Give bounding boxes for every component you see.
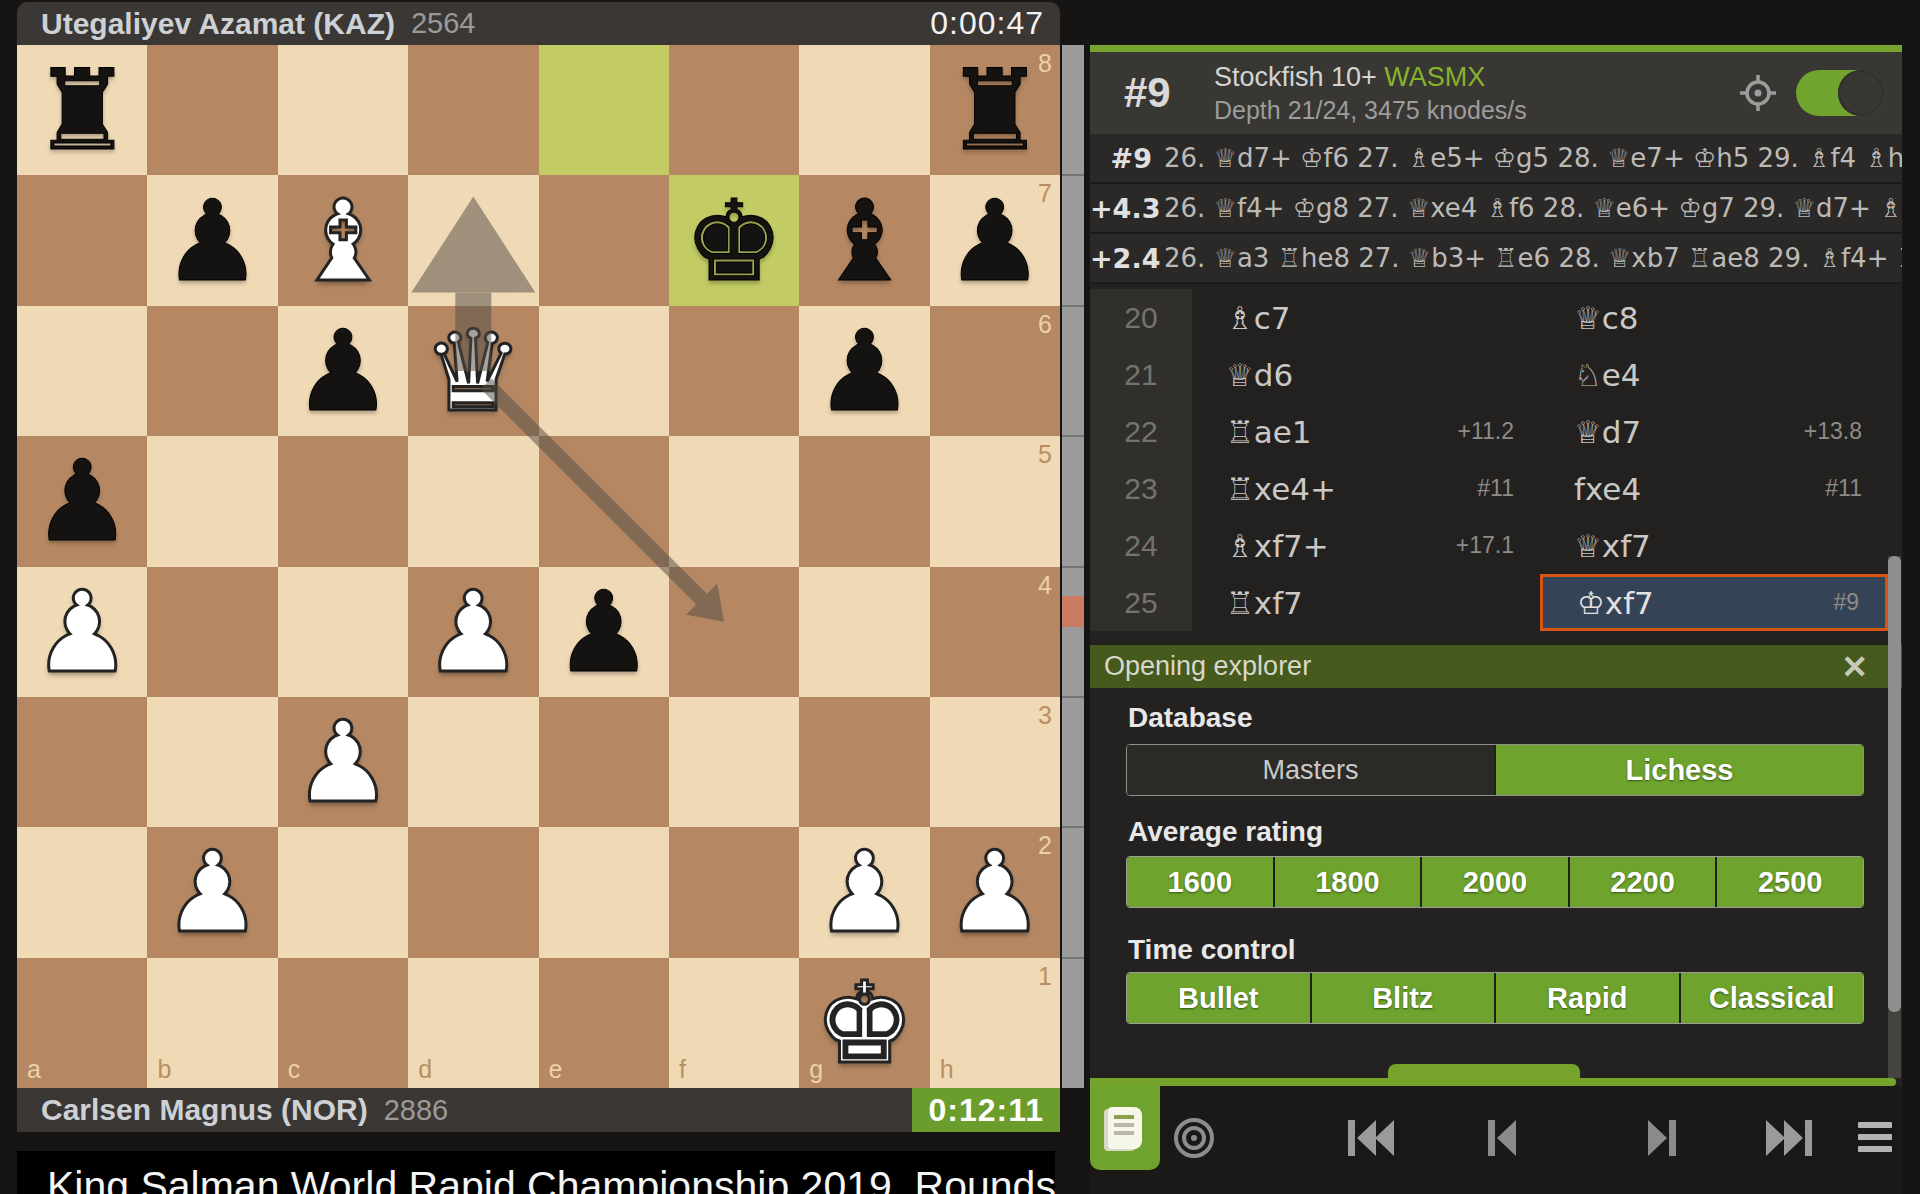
gauge-tick	[1062, 696, 1084, 698]
move-row-22: 22♖ae1+11.2♕d7+13.8	[1090, 403, 1902, 460]
move-25-black[interactable]: ♔xf7#9	[1540, 574, 1888, 631]
database-masters[interactable]: Masters	[1127, 745, 1494, 795]
move-24-black[interactable]: ♕xf7	[1540, 517, 1888, 574]
square-h6[interactable]: 6	[930, 306, 1060, 436]
file-label-e: e	[549, 1055, 563, 1084]
database-label: Database	[1128, 702, 1253, 734]
rank-label-4: 4	[1038, 571, 1052, 600]
rank-label-6: 6	[1038, 310, 1052, 339]
gauge-mid-tick	[1062, 596, 1084, 627]
square-f8[interactable]	[669, 45, 799, 175]
opening-explorer-title: Opening explorer	[1104, 651, 1311, 682]
engine-line-moves: 26. ♕d7+ ♔f6 27. ♗e5+ ♔g5 28. ♕e7+ ♔h5 2…	[1164, 143, 1902, 173]
rank-label-7: 7	[1038, 179, 1052, 208]
square-a2[interactable]	[17, 827, 147, 957]
square-a4[interactable]: ♟	[17, 567, 147, 697]
tournament-bar: King Salman World Rapid Championship 201…	[17, 1151, 1055, 1194]
square-f7[interactable]: ♚	[669, 175, 799, 305]
engine-line-1[interactable]: #926. ♕d7+ ♔f6 27. ♗e5+ ♔g5 28. ♕e7+ ♔h5…	[1090, 134, 1902, 184]
square-g6[interactable]: ♟	[799, 306, 929, 436]
square-e7[interactable]	[539, 175, 669, 305]
square-g5[interactable]	[799, 436, 929, 566]
engine-line-eval: #9	[1090, 143, 1152, 174]
bottom-player-name: Carlsen Magnus (NOR)	[41, 1093, 368, 1127]
piece-black-king[interactable]: ♚	[669, 175, 799, 305]
piece-black-pawn[interactable]: ♟	[539, 567, 669, 697]
engine-name: Stockfish 10+	[1214, 62, 1377, 92]
bottom-player-clock: 0:12:11	[912, 1088, 1060, 1132]
time-control-selector: BulletBlitzRapidClassical	[1126, 972, 1864, 1024]
square-f3[interactable]	[669, 697, 799, 827]
square-c7[interactable]: ♝	[278, 175, 408, 305]
square-c1[interactable]: c	[278, 958, 408, 1088]
square-c3[interactable]: ♟	[278, 697, 408, 827]
square-h7[interactable]: ♟7	[930, 175, 1060, 305]
gauge-tick	[1062, 826, 1084, 828]
time-control-bullet[interactable]: Bullet	[1127, 973, 1310, 1023]
square-h2[interactable]: ♟2	[930, 827, 1060, 957]
square-a7[interactable]	[17, 175, 147, 305]
move-row-23: 23♖xe4+#11fxe4#11	[1090, 460, 1902, 517]
square-f4[interactable]	[669, 567, 799, 697]
rating-2000[interactable]: 2000	[1420, 857, 1568, 907]
move-21-white[interactable]: ♕d6	[1192, 346, 1540, 403]
move-22-black[interactable]: ♕d7+13.8	[1540, 403, 1888, 460]
rating-2500[interactable]: 2500	[1715, 857, 1863, 907]
gauge-tick	[1062, 566, 1084, 568]
square-d4[interactable]: ♟	[408, 567, 538, 697]
top-player-bar: Utegaliyev Azamat (KAZ) 2564 0:00:47	[17, 2, 1060, 45]
file-label-d: d	[418, 1055, 432, 1084]
file-label-b: b	[157, 1055, 171, 1084]
square-b3[interactable]	[147, 697, 277, 827]
square-g7[interactable]: ♝	[799, 175, 929, 305]
piece-black-pawn[interactable]: ♟	[278, 306, 408, 436]
rating-1600[interactable]: 1600	[1127, 857, 1273, 907]
engine-tech: WASMX	[1384, 62, 1485, 92]
panel-scrollbar	[1888, 556, 1901, 1078]
move-23-white[interactable]: ♖xe4+#11	[1192, 460, 1540, 517]
piece-black-pawn[interactable]: ♟	[17, 436, 147, 566]
square-g8[interactable]	[799, 45, 929, 175]
square-a3[interactable]	[17, 697, 147, 827]
move-23-black[interactable]: fxe4#11	[1540, 460, 1888, 517]
next-move-button[interactable]	[1638, 1114, 1686, 1162]
engine-line-eval: +2.4	[1090, 243, 1152, 274]
square-d3[interactable]	[408, 697, 538, 827]
file-label-h: h	[940, 1055, 954, 1084]
opening-book-button[interactable]	[1090, 1086, 1160, 1170]
move-eval: +11.2	[1458, 418, 1515, 445]
square-a8[interactable]: ♜	[17, 45, 147, 175]
move-row-20: 20♗c7♕c8	[1090, 289, 1902, 346]
bottom-player-rating: 2886	[384, 1094, 449, 1127]
database-selector: MastersLichess	[1126, 744, 1864, 796]
move-number: 20	[1090, 289, 1192, 346]
top-player-rating: 2564	[411, 7, 476, 40]
eval-gauge	[1062, 45, 1084, 1088]
move-22-white[interactable]: ♖ae1+11.2	[1192, 403, 1540, 460]
square-g4[interactable]	[799, 567, 929, 697]
square-d8[interactable]	[408, 45, 538, 175]
toolbar-accent-line	[1090, 1078, 1896, 1086]
previous-move-button[interactable]	[1478, 1114, 1526, 1162]
close-icon[interactable]: ✕	[1841, 648, 1868, 686]
square-g2[interactable]: ♟	[799, 827, 929, 957]
database-lichess[interactable]: Lichess	[1494, 745, 1863, 795]
move-number: 21	[1090, 346, 1192, 403]
panel-accent-line	[1090, 45, 1902, 52]
toggle-knob	[1838, 70, 1884, 116]
engine-line-moves: 26. ♕f4+ ♔g8 27. ♕xe4 ♗f6 28. ♕e6+ ♔g7 2…	[1164, 193, 1902, 223]
square-e8[interactable]	[539, 45, 669, 175]
square-d6[interactable]: ♛	[408, 306, 538, 436]
square-b1[interactable]: b	[147, 958, 277, 1088]
move-number: 22	[1090, 403, 1192, 460]
rank-label-2: 2	[1038, 831, 1052, 860]
time-control-label: Time control	[1128, 934, 1296, 966]
gauge-tick	[1062, 305, 1084, 307]
engine-lines: #926. ♕d7+ ♔f6 27. ♗e5+ ♔g5 28. ♕e7+ ♔h5…	[1090, 134, 1902, 284]
square-h8[interactable]: ♜8	[930, 45, 1060, 175]
gauge-tick	[1062, 957, 1084, 959]
top-player-name: Utegaliyev Azamat (KAZ)	[41, 7, 395, 41]
square-d1[interactable]: d	[408, 958, 538, 1088]
move-row-25: 25♖xf7♔xf7#9	[1090, 574, 1902, 631]
rating-1800[interactable]: 1800	[1273, 857, 1421, 907]
top-player-clock: 0:00:47	[914, 5, 1060, 42]
square-d2[interactable]	[408, 827, 538, 957]
square-a5[interactable]: ♟	[17, 436, 147, 566]
square-e5[interactable]	[539, 436, 669, 566]
move-24-white[interactable]: ♗xf7++17.1	[1192, 517, 1540, 574]
rating-selector: 16001800200022002500	[1126, 856, 1864, 908]
piece-white-pawn[interactable]: ♟	[278, 697, 408, 827]
go-to-end-button[interactable]	[1764, 1114, 1816, 1162]
square-h3[interactable]: 3	[930, 697, 1060, 827]
engine-toggle[interactable]	[1796, 70, 1884, 116]
square-f6[interactable]	[669, 306, 799, 436]
engine-header: #9 Stockfish 10+ WASMX Depth 21/24, 3475…	[1090, 52, 1902, 134]
square-a6[interactable]	[17, 306, 147, 436]
tournament-title: King Salman World Rapid Championship 201…	[47, 1163, 1055, 1194]
square-h4[interactable]: 4	[930, 567, 1060, 697]
piece-white-bishop[interactable]: ♝	[278, 175, 408, 305]
move-row-24: 24♗xf7++17.1♕xf7	[1090, 517, 1902, 574]
piece-white-queen[interactable]: ♛	[408, 306, 538, 436]
square-c2[interactable]	[278, 827, 408, 957]
move-20-black[interactable]: ♕c8	[1540, 289, 1888, 346]
square-g1[interactable]: ♚g	[799, 958, 929, 1088]
scrollbar-thumb[interactable]	[1888, 556, 1901, 1012]
rank-label-3: 3	[1038, 701, 1052, 730]
move-row-21: 21♕d6♘e4	[1090, 346, 1902, 403]
gauge-tick	[1062, 435, 1084, 437]
piece-black-rook[interactable]: ♜	[17, 45, 147, 175]
engine-depth: Depth 21/24, 3475 knodes/s	[1214, 96, 1527, 125]
rank-label-8: 8	[1038, 49, 1052, 78]
time-control-classical[interactable]: Classical	[1679, 973, 1864, 1023]
square-b6[interactable]	[147, 306, 277, 436]
square-e4[interactable]: ♟	[539, 567, 669, 697]
practice-gyre-icon[interactable]	[1170, 1114, 1218, 1162]
move-eval: #11	[1477, 475, 1514, 502]
square-h1[interactable]: h1	[930, 958, 1060, 1088]
chess-board[interactable]: ♜♜8♟♝♚♝♟7♟♛♟6♟5♟♟♟4♟3♟♟♟2abcdef♚gh1	[17, 45, 1060, 1088]
square-e6[interactable]	[539, 306, 669, 436]
file-label-a: a	[27, 1055, 41, 1084]
square-h5[interactable]: 5	[930, 436, 1060, 566]
square-e3[interactable]	[539, 697, 669, 827]
bottom-toolbar	[1090, 1086, 1902, 1194]
square-b8[interactable]	[147, 45, 277, 175]
square-f1[interactable]: f	[669, 958, 799, 1088]
square-g3[interactable]	[799, 697, 929, 827]
move-21-black[interactable]: ♘e4	[1540, 346, 1888, 403]
square-b2[interactable]: ♟	[147, 827, 277, 957]
square-e2[interactable]	[539, 827, 669, 957]
piece-white-pawn[interactable]: ♟	[17, 567, 147, 697]
square-b4[interactable]	[147, 567, 277, 697]
engine-line-moves: 26. ♕a3 ♖he8 27. ♕b3+ ♖e6 28. ♕xb7 ♖ae8 …	[1164, 243, 1902, 273]
rating-2200[interactable]: 2200	[1568, 857, 1716, 907]
panel-top-gap	[1090, 0, 1902, 45]
square-f5[interactable]	[669, 436, 799, 566]
piece-black-pawn[interactable]: ♟	[147, 175, 277, 305]
move-eval: #9	[1833, 589, 1859, 616]
move-eval: #11	[1825, 475, 1862, 502]
square-c4[interactable]	[278, 567, 408, 697]
average-rating-label: Average rating	[1128, 816, 1323, 848]
square-c6[interactable]: ♟	[278, 306, 408, 436]
move-20-white[interactable]: ♗c7	[1192, 289, 1540, 346]
practice-target-icon[interactable]	[1738, 73, 1778, 113]
move-number: 23	[1090, 460, 1192, 517]
analysis-panel: #9 Stockfish 10+ WASMX Depth 21/24, 3475…	[1090, 0, 1902, 1194]
engine-eval: #9	[1124, 69, 1200, 117]
engine-line-3[interactable]: +2.426. ♕a3 ♖he8 27. ♕b3+ ♖e6 28. ♕xb7 ♖…	[1090, 234, 1902, 284]
opening-explorer-header: Opening explorer ✕	[1090, 645, 1902, 688]
engine-line-2[interactable]: +4.326. ♕f4+ ♔g8 27. ♕xe4 ♗f6 28. ♕e6+ ♔…	[1090, 184, 1902, 234]
go-to-start-button[interactable]	[1344, 1114, 1396, 1162]
rank-label-1: 1	[1038, 962, 1052, 991]
lichess-analysis-app: Utegaliyev Azamat (KAZ) 2564 0:00:47 ♜♜8…	[0, 0, 1920, 1194]
engine-line-eval: +4.3	[1090, 193, 1152, 224]
square-e1[interactable]: e	[539, 958, 669, 1088]
square-c5[interactable]	[278, 436, 408, 566]
square-c8[interactable]	[278, 45, 408, 175]
file-label-f: f	[679, 1055, 686, 1084]
piece-white-pawn[interactable]: ♟	[147, 827, 277, 957]
square-a1[interactable]: a	[17, 958, 147, 1088]
piece-black-pawn[interactable]: ♟	[799, 306, 929, 436]
square-b7[interactable]: ♟	[147, 175, 277, 305]
square-d5[interactable]	[408, 436, 538, 566]
move-eval: +13.8	[1804, 418, 1862, 445]
time-control-rapid[interactable]: Rapid	[1494, 973, 1679, 1023]
book-icon	[1108, 1107, 1142, 1149]
move-number: 25	[1090, 574, 1192, 631]
move-25-white[interactable]: ♖xf7	[1192, 574, 1540, 631]
square-d7[interactable]	[408, 175, 538, 305]
rank-label-5: 5	[1038, 440, 1052, 469]
hamburger-menu-icon[interactable]	[1858, 1122, 1892, 1158]
piece-black-bishop[interactable]: ♝	[799, 175, 929, 305]
file-label-c: c	[288, 1055, 301, 1084]
bottom-player-bar: Carlsen Magnus (NOR) 2886 0:12:11	[17, 1088, 1060, 1132]
move-eval: +17.1	[1456, 532, 1514, 559]
square-b5[interactable]	[147, 436, 277, 566]
move-number: 24	[1090, 517, 1192, 574]
square-f2[interactable]	[669, 827, 799, 957]
time-control-blitz[interactable]: Blitz	[1310, 973, 1495, 1023]
move-list: 20♗c7♕c821♕d6♘e422♖ae1+11.2♕d7+13.823♖xe…	[1090, 289, 1902, 631]
piece-white-pawn[interactable]: ♟	[408, 567, 538, 697]
gauge-tick	[1062, 174, 1084, 176]
piece-white-pawn[interactable]: ♟	[799, 827, 929, 957]
file-label-g: g	[809, 1055, 823, 1084]
